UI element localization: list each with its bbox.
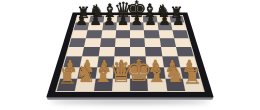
chessboard-photo: ♜♞♝♛♚♝♞♜♟♟♟♟♟♟♟♟♟♟♟♟♟♟♟♟♜♞♝♛♚♝♞♜ [0,0,260,110]
piece-white-rook[interactable]: ♜ [183,65,202,86]
piece-black-pawn[interactable]: ♟ [89,14,101,28]
pieces-layer: ♜♞♝♛♚♝♞♜♟♟♟♟♟♟♟♟♟♟♟♟♟♟♟♟♜♞♝♛♚♝♞♜ [0,0,260,110]
piece-black-pawn[interactable]: ♟ [76,14,88,28]
piece-black-pawn[interactable]: ♟ [103,14,115,28]
piece-black-pawn[interactable]: ♟ [145,14,157,28]
piece-white-knight[interactable]: ♞ [164,63,185,86]
piece-black-pawn[interactable]: ♟ [117,14,129,28]
piece-black-pawn[interactable]: ♟ [158,14,170,28]
piece-black-pawn[interactable]: ♟ [131,14,143,28]
piece-black-pawn[interactable]: ♟ [172,14,184,28]
